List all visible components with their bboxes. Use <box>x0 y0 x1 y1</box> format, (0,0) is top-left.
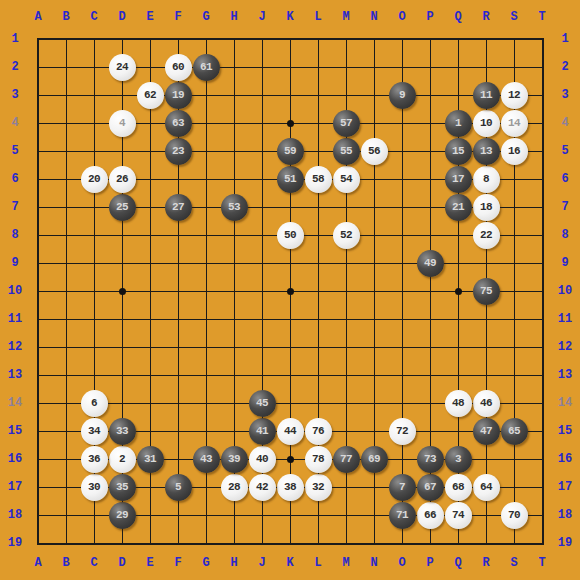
stone-number: 5 <box>175 481 181 493</box>
stone-63[interactable]: 63 <box>165 110 192 137</box>
stone-24[interactable]: 24 <box>109 54 136 81</box>
stone-number: 61 <box>200 61 212 73</box>
stone-number: 10 <box>480 117 492 129</box>
col-label: F <box>164 556 192 570</box>
stone-18[interactable]: 18 <box>473 194 500 221</box>
stone-number: 68 <box>452 481 464 493</box>
col-label: D <box>108 10 136 24</box>
stone-53[interactable]: 53 <box>221 194 248 221</box>
col-label: B <box>52 556 80 570</box>
stone-number: 16 <box>508 145 520 157</box>
stone-number: 38 <box>284 481 296 493</box>
col-label: E <box>136 556 164 570</box>
stone-number: 26 <box>116 173 128 185</box>
stone-42[interactable]: 42 <box>249 474 276 501</box>
stone-number: 58 <box>312 173 324 185</box>
stone-78[interactable]: 78 <box>305 446 332 473</box>
stone-number: 39 <box>228 453 240 465</box>
stone-66[interactable]: 66 <box>417 502 444 529</box>
stone-71[interactable]: 71 <box>389 502 416 529</box>
row-labels-right: 12345678910111213141516171819 <box>550 25 580 557</box>
row-label: 11 <box>550 305 580 333</box>
row-label: 10 <box>0 277 30 305</box>
col-label: A <box>24 10 52 24</box>
stone-number: 20 <box>88 173 100 185</box>
col-label: B <box>52 10 80 24</box>
stone-number: 64 <box>480 481 492 493</box>
stone-number: 25 <box>116 201 128 213</box>
row-label: 19 <box>550 529 580 557</box>
row-label: 16 <box>0 445 30 473</box>
stone-number: 74 <box>452 509 464 521</box>
stone-number: 41 <box>256 425 268 437</box>
stone-45[interactable]: 45 <box>249 390 276 417</box>
stone-65[interactable]: 65 <box>501 418 528 445</box>
stone-number: 31 <box>144 453 156 465</box>
stone-number: 75 <box>480 285 492 297</box>
stone-number: 6 <box>91 397 97 409</box>
row-label: 4 <box>0 109 30 137</box>
stone-number: 54 <box>340 173 352 185</box>
stone-51[interactable]: 51 <box>277 166 304 193</box>
stone-number: 45 <box>256 397 268 409</box>
col-label: H <box>220 10 248 24</box>
col-label: F <box>164 10 192 24</box>
stone-number: 21 <box>452 201 464 213</box>
stone-number: 70 <box>508 509 520 521</box>
stone-number: 12 <box>508 89 520 101</box>
col-label: K <box>276 10 304 24</box>
col-label: S <box>500 556 528 570</box>
stone-46[interactable]: 46 <box>473 390 500 417</box>
row-label: 7 <box>0 193 30 221</box>
row-label: 18 <box>0 501 30 529</box>
row-label: 2 <box>0 53 30 81</box>
stone-74[interactable]: 74 <box>445 502 472 529</box>
row-label: 12 <box>0 333 30 361</box>
stone-58[interactable]: 58 <box>305 166 332 193</box>
stone-68[interactable]: 68 <box>445 474 472 501</box>
stone-64[interactable]: 64 <box>473 474 500 501</box>
col-label: O <box>388 10 416 24</box>
stone-34[interactable]: 34 <box>81 418 108 445</box>
stone-11[interactable]: 11 <box>473 82 500 109</box>
stone-40[interactable]: 40 <box>249 446 276 473</box>
stone-60[interactable]: 60 <box>165 54 192 81</box>
col-label: L <box>304 556 332 570</box>
stone-17[interactable]: 17 <box>445 166 472 193</box>
row-label: 1 <box>0 25 30 53</box>
row-label: 15 <box>0 417 30 445</box>
stone-57[interactable]: 57 <box>333 110 360 137</box>
stone-number: 60 <box>172 61 184 73</box>
column-labels-top: ABCDEFGHJKLMNOPQRST <box>24 10 556 24</box>
stone-27[interactable]: 27 <box>165 194 192 221</box>
stone-29[interactable]: 29 <box>109 502 136 529</box>
stone-number: 2 <box>119 453 125 465</box>
col-label: Q <box>444 10 472 24</box>
stone-49[interactable]: 49 <box>417 250 444 277</box>
row-label: 18 <box>550 501 580 529</box>
row-label: 1 <box>550 25 580 53</box>
row-label: 3 <box>550 81 580 109</box>
col-label: P <box>416 10 444 24</box>
stone-3[interactable]: 3 <box>445 446 472 473</box>
stone-number: 30 <box>88 481 100 493</box>
stone-48[interactable]: 48 <box>445 390 472 417</box>
col-label: H <box>220 556 248 570</box>
stone-number: 52 <box>340 229 352 241</box>
stone-number: 65 <box>508 425 520 437</box>
stone-13[interactable]: 13 <box>473 138 500 165</box>
stone-9[interactable]: 9 <box>389 82 416 109</box>
row-label: 9 <box>550 249 580 277</box>
stone-number: 56 <box>368 145 380 157</box>
row-label: 17 <box>0 473 30 501</box>
stone-number: 62 <box>144 89 156 101</box>
stone-number: 78 <box>312 453 324 465</box>
go-board: ABCDEFGHJKLMNOPQRST ABCDEFGHJKLMNOPQRST … <box>0 0 580 580</box>
row-label: 2 <box>550 53 580 81</box>
col-label: G <box>192 10 220 24</box>
stone-5[interactable]: 5 <box>165 474 192 501</box>
stone-36[interactable]: 36 <box>81 446 108 473</box>
stone-35[interactable]: 35 <box>109 474 136 501</box>
stone-number: 9 <box>399 89 405 101</box>
stone-72[interactable]: 72 <box>389 418 416 445</box>
col-label: C <box>80 10 108 24</box>
stone-number: 48 <box>452 397 464 409</box>
stone-number: 18 <box>480 201 492 213</box>
stone-number: 69 <box>368 453 380 465</box>
stone-number: 49 <box>424 257 436 269</box>
col-label: N <box>360 10 388 24</box>
stone-number: 17 <box>452 173 464 185</box>
stone-70[interactable]: 70 <box>501 502 528 529</box>
row-label: 6 <box>0 165 30 193</box>
row-label: 5 <box>0 137 30 165</box>
stone-20[interactable]: 20 <box>81 166 108 193</box>
stone-number: 24 <box>116 61 128 73</box>
stone-number: 63 <box>172 117 184 129</box>
stone-number: 47 <box>480 425 492 437</box>
stone-2[interactable]: 2 <box>109 446 136 473</box>
row-label: 8 <box>550 221 580 249</box>
stone-50[interactable]: 50 <box>277 222 304 249</box>
row-label: 13 <box>0 361 30 389</box>
col-label: M <box>332 556 360 570</box>
col-label: K <box>276 556 304 570</box>
col-label: G <box>192 556 220 570</box>
stones-layer: 1234567891011121314151617181920212223242… <box>24 25 556 557</box>
col-label: J <box>248 10 276 24</box>
stone-23[interactable]: 23 <box>165 138 192 165</box>
stone-number: 15 <box>452 145 464 157</box>
col-label: S <box>500 10 528 24</box>
stone-number: 3 <box>455 453 461 465</box>
stone-number: 59 <box>284 145 296 157</box>
stone-39[interactable]: 39 <box>221 446 248 473</box>
row-label: 13 <box>550 361 580 389</box>
row-label: 14 <box>550 389 580 417</box>
stone-number: 55 <box>340 145 352 157</box>
stone-number: 35 <box>116 481 128 493</box>
stone-number: 22 <box>480 229 492 241</box>
col-label: R <box>472 10 500 24</box>
stone-31[interactable]: 31 <box>137 446 164 473</box>
stone-number: 76 <box>312 425 324 437</box>
stone-73[interactable]: 73 <box>417 446 444 473</box>
stone-7[interactable]: 7 <box>389 474 416 501</box>
stone-number: 53 <box>228 201 240 213</box>
stone-21[interactable]: 21 <box>445 194 472 221</box>
stone-number: 34 <box>88 425 100 437</box>
col-label: Q <box>444 556 472 570</box>
stone-number: 51 <box>284 173 296 185</box>
stone-number: 4 <box>119 117 125 129</box>
col-label: J <box>248 556 276 570</box>
stone-16[interactable]: 16 <box>501 138 528 165</box>
row-label: 4 <box>550 109 580 137</box>
stone-number: 14 <box>508 117 520 129</box>
row-label: 19 <box>0 529 30 557</box>
row-label: 14 <box>0 389 30 417</box>
stone-55[interactable]: 55 <box>333 138 360 165</box>
stone-number: 57 <box>340 117 352 129</box>
row-label: 3 <box>0 81 30 109</box>
stone-12[interactable]: 12 <box>501 82 528 109</box>
col-label: M <box>332 10 360 24</box>
stone-33[interactable]: 33 <box>109 418 136 445</box>
stone-number: 23 <box>172 145 184 157</box>
stone-10[interactable]: 10 <box>473 110 500 137</box>
stone-52[interactable]: 52 <box>333 222 360 249</box>
stone-number: 33 <box>116 425 128 437</box>
stone-number: 19 <box>172 89 184 101</box>
row-label: 7 <box>550 193 580 221</box>
stone-67[interactable]: 67 <box>417 474 444 501</box>
row-label: 10 <box>550 277 580 305</box>
stone-56[interactable]: 56 <box>361 138 388 165</box>
stone-25[interactable]: 25 <box>109 194 136 221</box>
stone-1[interactable]: 1 <box>445 110 472 137</box>
stone-number: 50 <box>284 229 296 241</box>
stone-number: 72 <box>396 425 408 437</box>
col-label: P <box>416 556 444 570</box>
stone-44[interactable]: 44 <box>277 418 304 445</box>
stone-75[interactable]: 75 <box>473 278 500 305</box>
stone-15[interactable]: 15 <box>445 138 472 165</box>
stone-number: 44 <box>284 425 296 437</box>
stone-number: 27 <box>172 201 184 213</box>
row-labels-left: 12345678910111213141516171819 <box>0 25 30 557</box>
column-labels-bottom: ABCDEFGHJKLMNOPQRST <box>24 556 556 570</box>
col-label: T <box>528 556 556 570</box>
stone-number: 7 <box>399 481 405 493</box>
stone-4[interactable]: 4 <box>109 110 136 137</box>
stone-47[interactable]: 47 <box>473 418 500 445</box>
col-label: L <box>304 10 332 24</box>
row-label: 5 <box>550 137 580 165</box>
stone-number: 77 <box>340 453 352 465</box>
stone-number: 73 <box>424 453 436 465</box>
row-label: 11 <box>0 305 30 333</box>
row-label: 6 <box>550 165 580 193</box>
stone-77[interactable]: 77 <box>333 446 360 473</box>
stone-69[interactable]: 69 <box>361 446 388 473</box>
stone-14[interactable]: 14 <box>501 110 528 137</box>
stone-number: 11 <box>480 89 492 101</box>
stone-number: 13 <box>480 145 492 157</box>
col-label: E <box>136 10 164 24</box>
stone-76[interactable]: 76 <box>305 418 332 445</box>
stone-54[interactable]: 54 <box>333 166 360 193</box>
stone-22[interactable]: 22 <box>473 222 500 249</box>
stone-30[interactable]: 30 <box>81 474 108 501</box>
stone-59[interactable]: 59 <box>277 138 304 165</box>
stone-8[interactable]: 8 <box>473 166 500 193</box>
row-label: 17 <box>550 473 580 501</box>
stone-number: 32 <box>312 481 324 493</box>
stone-number: 29 <box>116 509 128 521</box>
col-label: A <box>24 556 52 570</box>
col-label: R <box>472 556 500 570</box>
stone-26[interactable]: 26 <box>109 166 136 193</box>
stone-number: 36 <box>88 453 100 465</box>
col-label: N <box>360 556 388 570</box>
stone-number: 8 <box>483 173 489 185</box>
stone-number: 40 <box>256 453 268 465</box>
stone-43[interactable]: 43 <box>193 446 220 473</box>
stone-number: 28 <box>228 481 240 493</box>
col-label: O <box>388 556 416 570</box>
stone-38[interactable]: 38 <box>277 474 304 501</box>
stone-61[interactable]: 61 <box>193 54 220 81</box>
stone-number: 71 <box>396 509 408 521</box>
stone-28[interactable]: 28 <box>221 474 248 501</box>
stone-number: 42 <box>256 481 268 493</box>
stone-number: 1 <box>455 117 461 129</box>
stone-number: 67 <box>424 481 436 493</box>
stone-number: 43 <box>200 453 212 465</box>
stone-32[interactable]: 32 <box>305 474 332 501</box>
col-label: C <box>80 556 108 570</box>
stone-number: 46 <box>480 397 492 409</box>
stone-number: 66 <box>424 509 436 521</box>
row-label: 12 <box>550 333 580 361</box>
stone-6[interactable]: 6 <box>81 390 108 417</box>
stone-41[interactable]: 41 <box>249 418 276 445</box>
col-label: T <box>528 10 556 24</box>
row-label: 15 <box>550 417 580 445</box>
col-label: D <box>108 556 136 570</box>
row-label: 8 <box>0 221 30 249</box>
row-label: 16 <box>550 445 580 473</box>
stone-62[interactable]: 62 <box>137 82 164 109</box>
stone-19[interactable]: 19 <box>165 82 192 109</box>
row-label: 9 <box>0 249 30 277</box>
